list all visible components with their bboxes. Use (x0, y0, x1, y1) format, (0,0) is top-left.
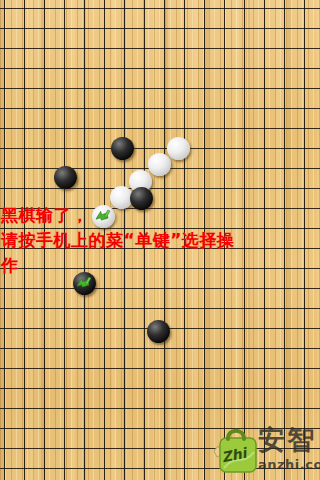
last-move-marker-icon (93, 207, 112, 224)
last-move-marker-icon (74, 274, 93, 291)
anzhi-watermark: Zhi 安智 anzhi.com (212, 420, 320, 478)
stone-white-last-move (92, 205, 115, 228)
stone-white (167, 137, 190, 160)
anzhi-brand-text: 安智 (258, 426, 320, 454)
stone-black (130, 187, 153, 210)
stone-black (111, 137, 134, 160)
stones-layer (0, 0, 320, 480)
game-screen: 黑棋输了， 请按手机上的菜“单键”选择操 作 Zhi 安智 anzhi.com (0, 0, 320, 480)
stone-white (148, 153, 171, 176)
stone-black (54, 166, 77, 189)
stone-black (147, 320, 170, 343)
anzhi-domain-text: anzhi.com (258, 457, 320, 472)
stone-black-last-move (73, 272, 96, 295)
anzhi-bag-icon: Zhi (214, 424, 258, 474)
